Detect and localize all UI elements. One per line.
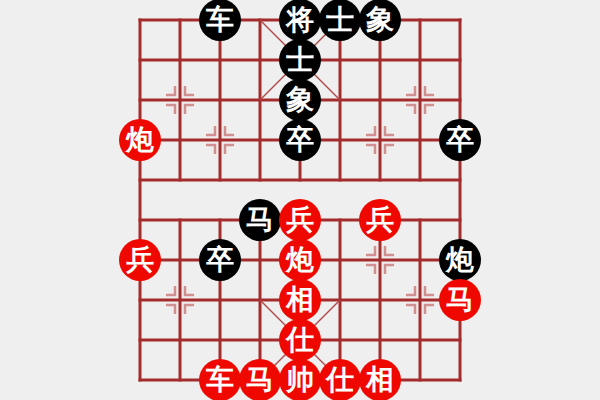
piece-red-general[interactable]: 帅 [279, 359, 321, 400]
piece-black-elephant[interactable]: 象 [359, 0, 401, 41]
piece-red-soldier[interactable]: 兵 [119, 239, 161, 281]
piece-black-soldier[interactable]: 卒 [279, 119, 321, 161]
piece-red-chariot[interactable]: 车 [199, 359, 241, 400]
piece-black-elephant[interactable]: 象 [279, 79, 321, 121]
piece-black-soldier[interactable]: 卒 [439, 119, 481, 161]
piece-red-advisor[interactable]: 仕 [279, 319, 321, 361]
piece-red-elephant[interactable]: 相 [359, 359, 401, 400]
piece-black-cannon[interactable]: 炮 [439, 239, 481, 281]
piece-black-soldier[interactable]: 卒 [199, 239, 241, 281]
xiangqi-board[interactable]: 车将士象士象炮卒卒马兵兵兵卒炮炮相马仕车马帅仕相 [0, 0, 600, 400]
piece-red-cannon[interactable]: 炮 [279, 239, 321, 281]
piece-red-soldier[interactable]: 兵 [279, 199, 321, 241]
piece-red-cannon[interactable]: 炮 [119, 119, 161, 161]
piece-black-advisor[interactable]: 士 [319, 0, 361, 41]
piece-red-horse[interactable]: 马 [439, 279, 481, 321]
piece-red-elephant[interactable]: 相 [279, 279, 321, 321]
piece-black-general[interactable]: 将 [279, 0, 321, 41]
piece-black-chariot[interactable]: 车 [199, 0, 241, 41]
piece-red-soldier[interactable]: 兵 [359, 199, 401, 241]
piece-black-advisor[interactable]: 士 [279, 39, 321, 81]
xiangqi-app: 车将士象士象炮卒卒马兵兵兵卒炮炮相马仕车马帅仕相 [0, 0, 600, 400]
pieces-grid: 车将士象士象炮卒卒马兵兵兵卒炮炮相马仕车马帅仕相 [120, 0, 480, 400]
piece-red-horse[interactable]: 马 [239, 359, 281, 400]
piece-black-horse[interactable]: 马 [239, 199, 281, 241]
piece-red-advisor[interactable]: 仕 [319, 359, 361, 400]
